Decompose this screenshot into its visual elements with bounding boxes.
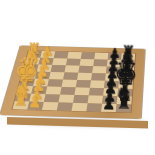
square-a3[interactable] bbox=[54, 51, 69, 58]
white-pawn-b2[interactable]: ♟ bbox=[39, 50, 52, 64]
square-d5[interactable] bbox=[77, 73, 92, 81]
black-pawn-a7[interactable]: ♟ bbox=[108, 46, 120, 60]
white-rook-h1[interactable]: ♜ bbox=[13, 92, 29, 109]
square-b2[interactable]: ♟ bbox=[39, 58, 54, 65]
square-h4[interactable] bbox=[57, 102, 73, 110]
square-h5[interactable] bbox=[72, 103, 88, 111]
square-c3[interactable] bbox=[51, 65, 66, 72]
square-d3[interactable] bbox=[49, 72, 64, 80]
white-pawn-a2[interactable]: ♟ bbox=[41, 44, 53, 58]
square-h1[interactable]: ♜ bbox=[13, 101, 30, 109]
square-a6[interactable] bbox=[94, 53, 108, 60]
chess-board: ♜♟♟♜♞♟♟♞♝♟♟♝♛♟♟♛♚♟♟♚♝♟♟♝♞♟♟♞♜♟♟♜ bbox=[13, 51, 136, 113]
square-c5[interactable] bbox=[78, 66, 93, 73]
square-b3[interactable] bbox=[52, 58, 67, 65]
square-c4[interactable] bbox=[64, 65, 79, 72]
white-pawn-h2[interactable]: ♟ bbox=[28, 94, 42, 109]
square-h7[interactable]: ♟ bbox=[101, 104, 117, 112]
white-pawn-c2[interactable]: ♟ bbox=[38, 57, 51, 71]
square-b4[interactable] bbox=[66, 59, 81, 66]
square-f5[interactable] bbox=[74, 87, 90, 95]
square-a5[interactable] bbox=[81, 52, 95, 59]
square-h6[interactable] bbox=[86, 103, 102, 111]
scene: ♜♟♟♜♞♟♟♞♝♟♟♝♛♟♟♛♚♟♟♚♝♟♟♝♞♟♟♞♜♟♟♜ bbox=[0, 0, 155, 155]
square-h2[interactable]: ♟ bbox=[27, 102, 44, 110]
board-tilt-wrapper: ♜♟♟♜♞♟♟♞♝♟♟♝♛♟♟♛♚♟♟♚♝♟♟♝♞♟♟♞♜♟♟♜ bbox=[9, 12, 145, 148]
square-a2[interactable]: ♟ bbox=[40, 51, 55, 58]
square-h8[interactable]: ♜ bbox=[116, 104, 131, 112]
square-h3[interactable] bbox=[42, 102, 58, 110]
board-frame: ♜♟♟♜♞♟♟♞♝♟♟♝♛♟♟♛♚♟♟♚♝♟♟♝♞♟♟♞♜♟♟♜ bbox=[0, 46, 145, 119]
square-g4[interactable] bbox=[58, 95, 74, 103]
square-a4[interactable] bbox=[67, 52, 82, 59]
black-rook-h8[interactable]: ♜ bbox=[116, 95, 132, 112]
square-b5[interactable] bbox=[80, 59, 95, 66]
square-d4[interactable] bbox=[63, 72, 78, 80]
white-rook-a1[interactable]: ♜ bbox=[27, 42, 41, 58]
black-pawn-h7[interactable]: ♟ bbox=[102, 96, 116, 111]
square-b6[interactable] bbox=[93, 59, 108, 66]
black-rook-a8[interactable]: ♜ bbox=[121, 44, 135, 60]
photo-background: ♜♟♟♜♞♟♟♞♝♟♟♝♛♟♟♛♚♟♟♚♝♟♟♝♞♟♟♞♜♟♟♜ bbox=[0, 0, 155, 155]
